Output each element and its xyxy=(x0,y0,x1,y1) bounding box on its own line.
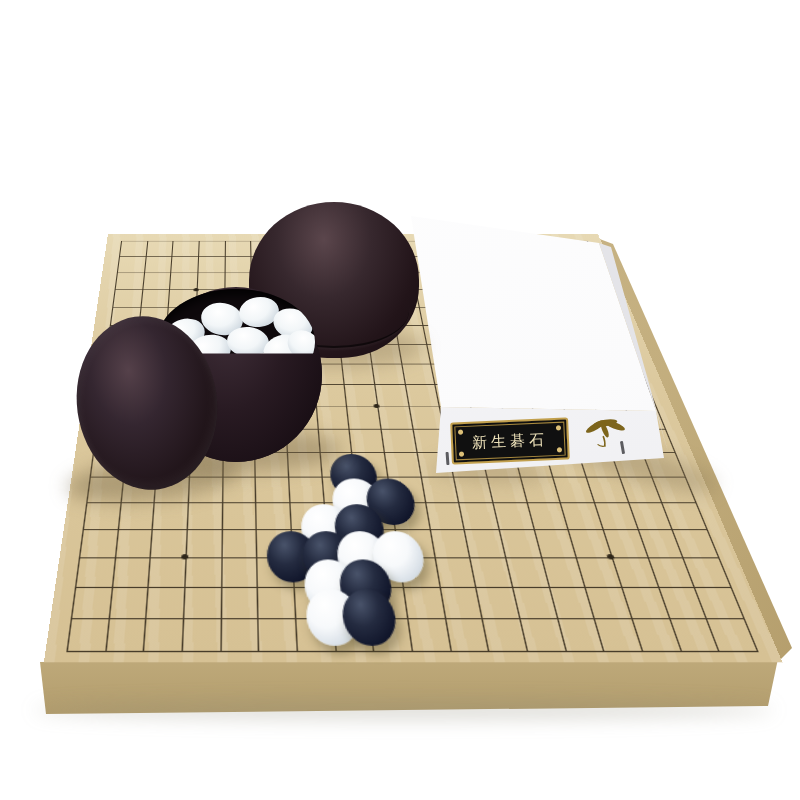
board-shadow xyxy=(34,700,774,720)
product-photo-go-set: 新生碁石 xyxy=(0,0,800,800)
box-label-text: 新生碁石 xyxy=(472,430,549,452)
box-label: 新生碁石 xyxy=(450,417,570,464)
